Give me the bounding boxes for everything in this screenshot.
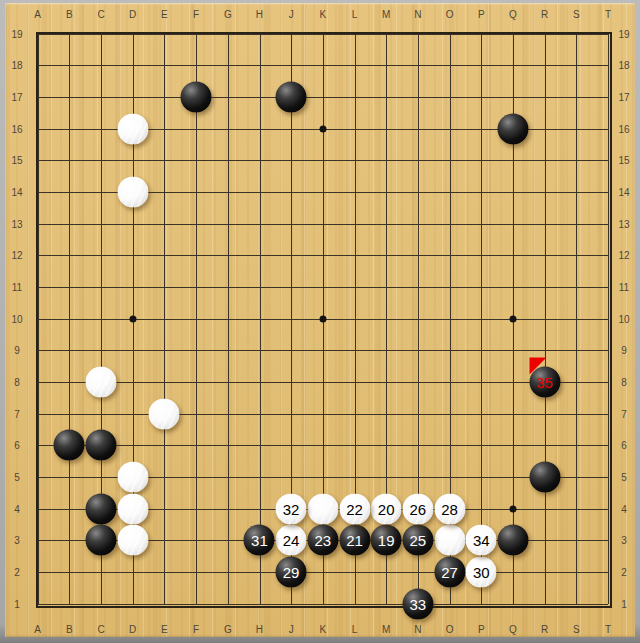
star-point-Q4 [509, 505, 516, 512]
move-number: 19 [378, 533, 395, 548]
coord-right-6: 6 [621, 440, 627, 451]
coord-left-14: 14 [11, 186, 22, 197]
coord-left-16: 16 [11, 123, 22, 134]
coord-right-13: 13 [618, 218, 629, 229]
stone-white-E7[interactable] [149, 398, 180, 429]
coord-bottom-B: B [66, 624, 73, 635]
stone-black-J17[interactable] [276, 81, 307, 112]
stone-black-C6[interactable] [86, 430, 117, 461]
coord-bottom-P: P [478, 624, 485, 635]
stone-white-J3-move-24[interactable]: 24 [276, 525, 307, 556]
coord-bottom-D: D [129, 624, 136, 635]
stone-black-N3-move-25[interactable]: 25 [402, 525, 433, 556]
stone-white-J4-move-32[interactable]: 32 [276, 493, 307, 524]
stone-white-P3-move-34[interactable]: 34 [466, 525, 497, 556]
stone-white-D4[interactable] [117, 493, 148, 524]
coord-bottom-O: O [446, 624, 454, 635]
coord-right-14: 14 [618, 186, 629, 197]
coord-left-4: 4 [14, 503, 20, 514]
coord-top-D: D [129, 9, 136, 20]
coord-right-11: 11 [619, 281, 629, 292]
move-number: 21 [346, 533, 363, 548]
go-board-window: AABBCCDDEEFFGGHHJJKKLLMMNNOOPPQQRRSSTT19… [0, 0, 640, 643]
stone-black-O2-move-27[interactable]: 27 [434, 556, 465, 587]
coord-top-T: T [605, 9, 611, 20]
coord-left-17: 17 [11, 91, 22, 102]
stone-white-P2-move-30[interactable]: 30 [466, 556, 497, 587]
coord-right-12: 12 [618, 250, 629, 261]
coord-left-6: 6 [14, 440, 20, 451]
coord-top-E: E [161, 9, 168, 20]
move-number: 33 [410, 596, 427, 611]
coord-bottom-S: S [573, 624, 580, 635]
coord-right-19: 19 [618, 28, 629, 39]
coord-left-2: 2 [14, 566, 20, 577]
coord-top-P: P [478, 9, 485, 20]
coord-right-1: 1 [621, 598, 627, 609]
coord-top-C: C [97, 9, 104, 20]
coord-top-F: F [193, 9, 199, 20]
coord-bottom-A: A [34, 624, 41, 635]
coord-bottom-Q: Q [509, 624, 517, 635]
coord-top-H: H [256, 9, 263, 20]
coord-bottom-T: T [605, 624, 611, 635]
move-number: 35 [536, 374, 553, 389]
stone-white-K4[interactable] [307, 493, 338, 524]
stone-white-D14[interactable] [117, 176, 148, 207]
coord-left-8: 8 [14, 376, 20, 387]
stone-black-J2-move-29[interactable]: 29 [276, 556, 307, 587]
coord-top-L: L [352, 9, 358, 20]
stone-black-Q16[interactable] [497, 113, 528, 144]
stone-white-D16[interactable] [117, 113, 148, 144]
move-number: 24 [283, 533, 300, 548]
move-number: 28 [441, 501, 458, 516]
coord-right-7: 7 [621, 408, 627, 419]
coord-bottom-R: R [541, 624, 548, 635]
coord-bottom-F: F [193, 624, 199, 635]
stone-black-C3[interactable] [86, 525, 117, 556]
stone-white-N4-move-26[interactable]: 26 [402, 493, 433, 524]
coord-top-Q: Q [509, 9, 517, 20]
coord-left-1: 1 [14, 598, 20, 609]
coord-bottom-M: M [382, 624, 390, 635]
stone-white-O4-move-28[interactable]: 28 [434, 493, 465, 524]
move-number: 26 [410, 501, 427, 516]
move-number: 34 [473, 533, 490, 548]
stone-black-C4[interactable] [86, 493, 117, 524]
star-point-K10 [319, 315, 326, 322]
coord-left-3: 3 [14, 535, 20, 546]
coord-right-2: 2 [621, 566, 627, 577]
coord-bottom-N: N [414, 624, 421, 635]
stone-white-O3[interactable] [434, 525, 465, 556]
coord-top-M: M [382, 9, 390, 20]
coord-top-N: N [414, 9, 421, 20]
star-point-Q10 [509, 315, 516, 322]
coord-bottom-C: C [97, 624, 104, 635]
coord-bottom-K: K [319, 624, 326, 635]
coord-right-18: 18 [618, 60, 629, 71]
coord-bottom-H: H [256, 624, 263, 635]
stone-black-B6[interactable] [54, 430, 85, 461]
coord-top-A: A [34, 9, 41, 20]
coord-top-K: K [319, 9, 326, 20]
coord-bottom-L: L [352, 624, 358, 635]
move-number: 27 [441, 564, 458, 579]
coord-left-13: 13 [11, 218, 22, 229]
coord-right-9: 9 [621, 345, 627, 356]
move-number: 25 [410, 533, 427, 548]
coord-left-10: 10 [11, 313, 22, 324]
coord-left-7: 7 [14, 408, 20, 419]
stone-white-M4-move-20[interactable]: 20 [371, 493, 402, 524]
coord-top-B: B [66, 9, 73, 20]
coord-left-19: 19 [11, 28, 22, 39]
coord-top-G: G [224, 9, 232, 20]
coord-left-15: 15 [11, 155, 22, 166]
stone-white-C8[interactable] [86, 366, 117, 397]
stone-black-L3-move-21[interactable]: 21 [339, 525, 370, 556]
stone-black-M3-move-19[interactable]: 19 [371, 525, 402, 556]
move-number: 20 [378, 501, 395, 516]
coord-left-11: 11 [12, 281, 22, 292]
stone-black-R5[interactable] [529, 461, 560, 492]
stone-black-Q3[interactable] [497, 525, 528, 556]
coord-right-16: 16 [618, 123, 629, 134]
stone-black-H3-move-31[interactable]: 31 [244, 525, 275, 556]
stone-black-F17[interactable] [181, 81, 212, 112]
coord-left-12: 12 [11, 250, 22, 261]
coord-top-R: R [541, 9, 548, 20]
star-point-D10 [129, 315, 136, 322]
coord-left-18: 18 [11, 60, 22, 71]
star-point-K16 [319, 125, 326, 132]
coord-right-10: 10 [618, 313, 629, 324]
move-number: 31 [251, 533, 268, 548]
move-number: 29 [283, 564, 300, 579]
stone-white-D3[interactable] [117, 525, 148, 556]
coord-right-8: 8 [621, 376, 627, 387]
coord-bottom-G: G [224, 624, 232, 635]
coord-bottom-E: E [161, 624, 168, 635]
coord-bottom-J: J [289, 624, 294, 635]
coord-right-3: 3 [621, 535, 627, 546]
coord-left-5: 5 [14, 471, 20, 482]
coord-right-4: 4 [621, 503, 627, 514]
coord-left-9: 9 [14, 345, 20, 356]
move-number: 32 [283, 501, 300, 516]
stone-black-R8-move-35[interactable]: 35 [529, 366, 560, 397]
stone-white-D5[interactable] [117, 461, 148, 492]
coord-right-5: 5 [621, 471, 627, 482]
move-number: 22 [346, 501, 363, 516]
move-number: 30 [473, 564, 490, 579]
coord-top-O: O [446, 9, 454, 20]
coord-right-17: 17 [618, 91, 629, 102]
coord-top-J: J [289, 9, 294, 20]
stone-black-K3-move-23[interactable]: 23 [307, 525, 338, 556]
move-number: 23 [314, 533, 331, 548]
stone-black-N1-move-33[interactable]: 33 [402, 588, 433, 619]
coord-top-S: S [573, 9, 580, 20]
stone-white-L4-move-22[interactable]: 22 [339, 493, 370, 524]
coord-right-15: 15 [618, 155, 629, 166]
